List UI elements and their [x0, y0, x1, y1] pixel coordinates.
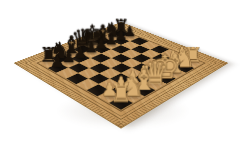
piece-black-pawn[interactable]: ♟	[50, 54, 65, 70]
chess-set-photo: ♜♞♝♛♚♝♞♜♟♟♟♟♟♟♟♟♟♟♟♟♟♟♟♟♜♞♝♛♚♝♞♜	[0, 0, 240, 149]
piece-white-rook[interactable]: ♜	[110, 82, 132, 107]
square-a7[interactable]: ♟	[48, 63, 68, 72]
